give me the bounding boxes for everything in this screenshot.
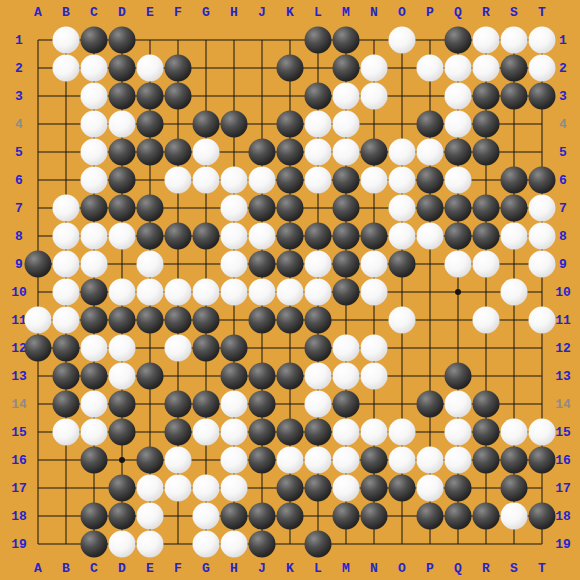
white-stone-C8 xyxy=(81,223,108,250)
white-stone-Q14 xyxy=(445,391,472,418)
black-stone-K11 xyxy=(277,307,304,334)
white-stone-F12 xyxy=(165,335,192,362)
black-stone-D7 xyxy=(109,195,136,222)
white-stone-F10 xyxy=(165,279,192,306)
white-stone-O16 xyxy=(389,447,416,474)
row-label-left: 17 xyxy=(11,481,27,496)
black-stone-T6 xyxy=(529,167,556,194)
black-stone-D5 xyxy=(109,139,136,166)
col-label-top: B xyxy=(62,5,70,20)
white-stone-A11 xyxy=(25,307,52,334)
row-label-left: 14 xyxy=(11,397,27,412)
white-stone-M5 xyxy=(333,139,360,166)
white-stone-D12 xyxy=(109,335,136,362)
black-stone-F15 xyxy=(165,419,192,446)
white-stone-B10 xyxy=(53,279,80,306)
black-stone-J7 xyxy=(249,195,276,222)
black-stone-K13 xyxy=(277,363,304,390)
white-stone-C9 xyxy=(81,251,108,278)
white-stone-R9 xyxy=(473,251,500,278)
row-label-right: 11 xyxy=(555,313,571,328)
white-stone-T2 xyxy=(529,55,556,82)
black-stone-E16 xyxy=(137,447,164,474)
white-stone-C6 xyxy=(81,167,108,194)
black-stone-B13 xyxy=(53,363,80,390)
black-stone-D17 xyxy=(109,475,136,502)
black-stone-Q7 xyxy=(445,195,472,222)
white-stone-D19 xyxy=(109,531,136,558)
white-stone-N9 xyxy=(361,251,388,278)
white-stone-H14 xyxy=(221,391,248,418)
row-label-left: 9 xyxy=(15,257,23,272)
black-stone-K6 xyxy=(277,167,304,194)
row-label-left: 16 xyxy=(11,453,27,468)
black-stone-C7 xyxy=(81,195,108,222)
black-stone-O9 xyxy=(389,251,416,278)
black-stone-P6 xyxy=(417,167,444,194)
go-game-screenshot: AABBCCDDEEFFGGHHJJKKLLMMNNOOPPQQRRSSTT11… xyxy=(0,0,580,580)
col-label-bottom: B xyxy=(62,561,70,576)
white-stone-H9 xyxy=(221,251,248,278)
black-stone-J15 xyxy=(249,419,276,446)
black-stone-M14 xyxy=(333,391,360,418)
white-stone-B7 xyxy=(53,195,80,222)
black-stone-M9 xyxy=(333,251,360,278)
col-label-bottom: M xyxy=(342,561,350,576)
white-stone-M13 xyxy=(333,363,360,390)
col-label-top: O xyxy=(398,5,406,20)
white-stone-H15 xyxy=(221,419,248,446)
black-stone-J19 xyxy=(249,531,276,558)
row-label-right: 14 xyxy=(555,397,571,412)
row-label-left: 18 xyxy=(11,509,27,524)
white-stone-D4 xyxy=(109,111,136,138)
black-stone-E5 xyxy=(137,139,164,166)
white-stone-L14 xyxy=(305,391,332,418)
row-label-right: 5 xyxy=(559,145,567,160)
col-label-bottom: P xyxy=(426,561,434,576)
white-stone-S1 xyxy=(501,27,528,54)
white-stone-B8 xyxy=(53,223,80,250)
white-stone-E19 xyxy=(137,531,164,558)
black-stone-C16 xyxy=(81,447,108,474)
black-stone-K15 xyxy=(277,419,304,446)
white-stone-L5 xyxy=(305,139,332,166)
white-stone-P5 xyxy=(417,139,444,166)
black-stone-J14 xyxy=(249,391,276,418)
white-stone-S15 xyxy=(501,419,528,446)
row-label-right: 13 xyxy=(555,369,571,384)
white-stone-F16 xyxy=(165,447,192,474)
col-label-top: D xyxy=(118,5,126,20)
black-stone-J9 xyxy=(249,251,276,278)
col-label-top: A xyxy=(34,5,42,20)
white-stone-G19 xyxy=(193,531,220,558)
black-stone-R14 xyxy=(473,391,500,418)
black-stone-N16 xyxy=(361,447,388,474)
col-label-top: Q xyxy=(454,5,462,20)
col-label-bottom: H xyxy=(230,561,238,576)
white-stone-F6 xyxy=(165,167,192,194)
black-stone-R8 xyxy=(473,223,500,250)
black-stone-E8 xyxy=(137,223,164,250)
col-label-top: S xyxy=(510,5,518,20)
white-stone-N13 xyxy=(361,363,388,390)
white-stone-N6 xyxy=(361,167,388,194)
white-stone-G5 xyxy=(193,139,220,166)
star-point xyxy=(119,457,125,463)
black-stone-R18 xyxy=(473,503,500,530)
row-label-right: 8 xyxy=(559,229,567,244)
black-stone-D14 xyxy=(109,391,136,418)
black-stone-D18 xyxy=(109,503,136,530)
white-stone-T11 xyxy=(529,307,556,334)
col-label-bottom: Q xyxy=(454,561,462,576)
black-stone-R5 xyxy=(473,139,500,166)
white-stone-H19 xyxy=(221,531,248,558)
row-label-left: 13 xyxy=(11,369,27,384)
white-stone-D10 xyxy=(109,279,136,306)
black-stone-M7 xyxy=(333,195,360,222)
white-stone-P17 xyxy=(417,475,444,502)
black-stone-S2 xyxy=(501,55,528,82)
black-stone-J16 xyxy=(249,447,276,474)
white-stone-M4 xyxy=(333,111,360,138)
white-stone-B11 xyxy=(53,307,80,334)
black-stone-A9 xyxy=(25,251,52,278)
black-stone-R7 xyxy=(473,195,500,222)
black-stone-L8 xyxy=(305,223,332,250)
row-label-right: 17 xyxy=(555,481,571,496)
black-stone-L17 xyxy=(305,475,332,502)
black-stone-K8 xyxy=(277,223,304,250)
white-stone-L6 xyxy=(305,167,332,194)
white-stone-S8 xyxy=(501,223,528,250)
white-stone-L10 xyxy=(305,279,332,306)
white-stone-Q9 xyxy=(445,251,472,278)
black-stone-L15 xyxy=(305,419,332,446)
col-label-top: E xyxy=(146,5,154,20)
black-stone-O17 xyxy=(389,475,416,502)
white-stone-T7 xyxy=(529,195,556,222)
black-stone-H4 xyxy=(221,111,248,138)
row-label-left: 6 xyxy=(15,173,23,188)
row-label-left: 5 xyxy=(15,145,23,160)
row-label-right: 1 xyxy=(559,33,567,48)
col-label-top: K xyxy=(286,5,294,20)
white-stone-J8 xyxy=(249,223,276,250)
white-stone-O5 xyxy=(389,139,416,166)
black-stone-K18 xyxy=(277,503,304,530)
black-stone-D11 xyxy=(109,307,136,334)
black-stone-F5 xyxy=(165,139,192,166)
white-stone-H7 xyxy=(221,195,248,222)
black-stone-L11 xyxy=(305,307,332,334)
white-stone-L9 xyxy=(305,251,332,278)
black-stone-E13 xyxy=(137,363,164,390)
black-stone-K2 xyxy=(277,55,304,82)
white-stone-J6 xyxy=(249,167,276,194)
white-stone-N3 xyxy=(361,83,388,110)
white-stone-Q3 xyxy=(445,83,472,110)
white-stone-R11 xyxy=(473,307,500,334)
col-label-top: H xyxy=(230,5,238,20)
row-label-right: 6 xyxy=(559,173,567,188)
black-stone-F2 xyxy=(165,55,192,82)
black-stone-M18 xyxy=(333,503,360,530)
white-stone-S18 xyxy=(501,503,528,530)
black-stone-D15 xyxy=(109,419,136,446)
white-stone-L13 xyxy=(305,363,332,390)
col-label-bottom: T xyxy=(538,561,546,576)
black-stone-P14 xyxy=(417,391,444,418)
black-stone-S7 xyxy=(501,195,528,222)
row-label-left: 10 xyxy=(11,285,27,300)
black-stone-J13 xyxy=(249,363,276,390)
col-label-bottom: G xyxy=(202,561,210,576)
black-stone-C13 xyxy=(81,363,108,390)
white-stone-C3 xyxy=(81,83,108,110)
black-stone-P18 xyxy=(417,503,444,530)
black-stone-N17 xyxy=(361,475,388,502)
white-stone-B9 xyxy=(53,251,80,278)
white-stone-L16 xyxy=(305,447,332,474)
row-label-right: 9 xyxy=(559,257,567,272)
row-label-left: 4 xyxy=(15,117,23,132)
white-stone-S10 xyxy=(501,279,528,306)
white-stone-O6 xyxy=(389,167,416,194)
row-label-right: 15 xyxy=(555,425,571,440)
white-stone-M16 xyxy=(333,447,360,474)
black-stone-S17 xyxy=(501,475,528,502)
white-stone-C12 xyxy=(81,335,108,362)
black-stone-K4 xyxy=(277,111,304,138)
col-label-top: J xyxy=(258,5,266,20)
row-label-left: 1 xyxy=(15,33,23,48)
black-stone-Q18 xyxy=(445,503,472,530)
white-stone-C2 xyxy=(81,55,108,82)
black-stone-R16 xyxy=(473,447,500,474)
black-stone-M1 xyxy=(333,27,360,54)
row-label-right: 18 xyxy=(555,509,571,524)
row-label-right: 19 xyxy=(555,537,571,552)
white-stone-R2 xyxy=(473,55,500,82)
white-stone-G6 xyxy=(193,167,220,194)
black-stone-K9 xyxy=(277,251,304,278)
white-stone-E18 xyxy=(137,503,164,530)
col-label-bottom: L xyxy=(314,561,322,576)
black-stone-R3 xyxy=(473,83,500,110)
white-stone-M15 xyxy=(333,419,360,446)
white-stone-B1 xyxy=(53,27,80,54)
black-stone-E3 xyxy=(137,83,164,110)
col-label-bottom: O xyxy=(398,561,406,576)
col-label-bottom: S xyxy=(510,561,518,576)
white-stone-P2 xyxy=(417,55,444,82)
white-stone-Q16 xyxy=(445,447,472,474)
black-stone-D6 xyxy=(109,167,136,194)
white-stone-E2 xyxy=(137,55,164,82)
white-stone-H17 xyxy=(221,475,248,502)
black-stone-M8 xyxy=(333,223,360,250)
black-stone-T18 xyxy=(529,503,556,530)
col-label-top: R xyxy=(482,5,490,20)
black-stone-J18 xyxy=(249,503,276,530)
black-stone-L3 xyxy=(305,83,332,110)
row-label-right: 12 xyxy=(555,341,571,356)
white-stone-O7 xyxy=(389,195,416,222)
white-stone-R1 xyxy=(473,27,500,54)
white-stone-E17 xyxy=(137,475,164,502)
row-label-right: 4 xyxy=(559,117,567,132)
white-stone-M3 xyxy=(333,83,360,110)
star-point xyxy=(455,289,461,295)
black-stone-E11 xyxy=(137,307,164,334)
white-stone-K16 xyxy=(277,447,304,474)
white-stone-G10 xyxy=(193,279,220,306)
black-stone-T3 xyxy=(529,83,556,110)
white-stone-H6 xyxy=(221,167,248,194)
col-label-bottom: D xyxy=(118,561,126,576)
black-stone-N5 xyxy=(361,139,388,166)
white-stone-F17 xyxy=(165,475,192,502)
white-stone-B15 xyxy=(53,419,80,446)
row-label-right: 2 xyxy=(559,61,567,76)
white-stone-E10 xyxy=(137,279,164,306)
col-label-top: T xyxy=(538,5,546,20)
black-stone-S3 xyxy=(501,83,528,110)
black-stone-A12 xyxy=(25,335,52,362)
black-stone-N18 xyxy=(361,503,388,530)
col-label-top: F xyxy=(174,5,182,20)
white-stone-P8 xyxy=(417,223,444,250)
black-stone-S16 xyxy=(501,447,528,474)
black-stone-F14 xyxy=(165,391,192,418)
white-stone-T1 xyxy=(529,27,556,54)
white-stone-T9 xyxy=(529,251,556,278)
black-stone-E4 xyxy=(137,111,164,138)
col-label-bottom: J xyxy=(258,561,266,576)
white-stone-O1 xyxy=(389,27,416,54)
black-stone-Q13 xyxy=(445,363,472,390)
white-stone-H16 xyxy=(221,447,248,474)
black-stone-C19 xyxy=(81,531,108,558)
black-stone-E7 xyxy=(137,195,164,222)
black-stone-Q8 xyxy=(445,223,472,250)
col-label-bottom: C xyxy=(90,561,98,576)
black-stone-D1 xyxy=(109,27,136,54)
black-stone-G11 xyxy=(193,307,220,334)
black-stone-P7 xyxy=(417,195,444,222)
black-stone-H13 xyxy=(221,363,248,390)
black-stone-J11 xyxy=(249,307,276,334)
row-label-right: 16 xyxy=(555,453,571,468)
white-stone-D13 xyxy=(109,363,136,390)
black-stone-G14 xyxy=(193,391,220,418)
white-stone-H8 xyxy=(221,223,248,250)
black-stone-G8 xyxy=(193,223,220,250)
black-stone-L1 xyxy=(305,27,332,54)
black-stone-M10 xyxy=(333,279,360,306)
white-stone-O15 xyxy=(389,419,416,446)
row-label-left: 2 xyxy=(15,61,23,76)
white-stone-N12 xyxy=(361,335,388,362)
white-stone-O8 xyxy=(389,223,416,250)
white-stone-G15 xyxy=(193,419,220,446)
black-stone-P4 xyxy=(417,111,444,138)
white-stone-L4 xyxy=(305,111,332,138)
black-stone-C10 xyxy=(81,279,108,306)
black-stone-R15 xyxy=(473,419,500,446)
black-stone-C1 xyxy=(81,27,108,54)
row-label-left: 15 xyxy=(11,425,27,440)
col-label-bottom: K xyxy=(286,561,294,576)
row-label-left: 7 xyxy=(15,201,23,216)
black-stone-B12 xyxy=(53,335,80,362)
white-stone-N15 xyxy=(361,419,388,446)
black-stone-Q1 xyxy=(445,27,472,54)
black-stone-B14 xyxy=(53,391,80,418)
black-stone-K5 xyxy=(277,139,304,166)
black-stone-D3 xyxy=(109,83,136,110)
black-stone-J5 xyxy=(249,139,276,166)
black-stone-F3 xyxy=(165,83,192,110)
black-stone-Q17 xyxy=(445,475,472,502)
black-stone-K7 xyxy=(277,195,304,222)
white-stone-K10 xyxy=(277,279,304,306)
col-label-bottom: F xyxy=(174,561,182,576)
white-stone-T15 xyxy=(529,419,556,446)
white-stone-C5 xyxy=(81,139,108,166)
white-stone-Q6 xyxy=(445,167,472,194)
black-stone-L12 xyxy=(305,335,332,362)
col-label-bottom: R xyxy=(482,561,490,576)
white-stone-N10 xyxy=(361,279,388,306)
col-label-top: P xyxy=(426,5,434,20)
black-stone-L19 xyxy=(305,531,332,558)
col-label-top: G xyxy=(202,5,210,20)
black-stone-K17 xyxy=(277,475,304,502)
col-label-top: N xyxy=(370,5,378,20)
col-label-top: M xyxy=(342,5,350,20)
black-stone-C11 xyxy=(81,307,108,334)
black-stone-R4 xyxy=(473,111,500,138)
white-stone-D8 xyxy=(109,223,136,250)
white-stone-B2 xyxy=(53,55,80,82)
white-stone-E9 xyxy=(137,251,164,278)
white-stone-M17 xyxy=(333,475,360,502)
row-label-right: 3 xyxy=(559,89,567,104)
black-stone-G12 xyxy=(193,335,220,362)
white-stone-T8 xyxy=(529,223,556,250)
black-stone-F11 xyxy=(165,307,192,334)
col-label-top: C xyxy=(90,5,98,20)
row-label-left: 8 xyxy=(15,229,23,244)
white-stone-N2 xyxy=(361,55,388,82)
black-stone-H12 xyxy=(221,335,248,362)
col-label-bottom: A xyxy=(34,561,42,576)
black-stone-M2 xyxy=(333,55,360,82)
col-label-bottom: E xyxy=(146,561,154,576)
row-label-right: 10 xyxy=(555,285,571,300)
white-stone-C15 xyxy=(81,419,108,446)
black-stone-T16 xyxy=(529,447,556,474)
col-label-top: L xyxy=(314,5,322,20)
black-stone-C18 xyxy=(81,503,108,530)
black-stone-N8 xyxy=(361,223,388,250)
white-stone-Q15 xyxy=(445,419,472,446)
black-stone-F8 xyxy=(165,223,192,250)
